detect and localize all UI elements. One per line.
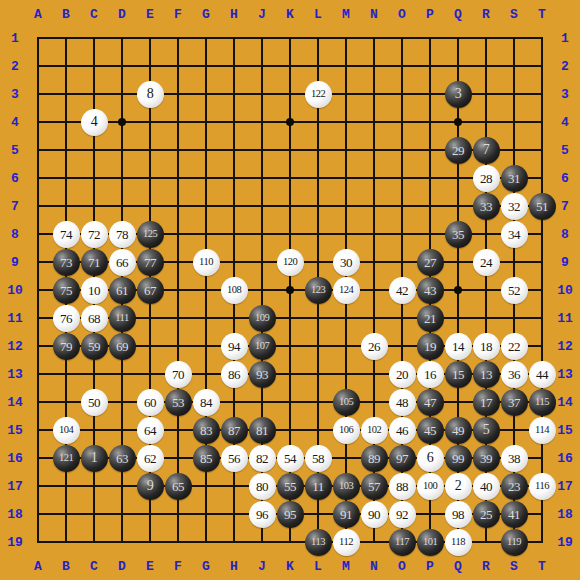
- stone-white-72-c8: 72: [81, 221, 108, 248]
- stone-white-38-s16: 38: [501, 445, 528, 472]
- coord-label-col-P: P: [416, 553, 444, 579]
- stone-white-56-h16: 56: [221, 445, 248, 472]
- stone-black-27-p9: 27: [417, 249, 444, 276]
- stone-white-66-d9: 66: [109, 249, 136, 276]
- coord-label-col-S: S: [500, 553, 528, 579]
- stone-black-77-e9: 77: [137, 249, 164, 276]
- stone-black-47-p14: 47: [417, 389, 444, 416]
- stone-white-106-m15: 106: [333, 417, 360, 444]
- coord-label-col-N: N: [360, 553, 388, 579]
- stone-black-111-d11: 111: [109, 305, 136, 332]
- column-labels-bottom: ABCDEFGHJKLMNOPQRST: [24, 553, 556, 579]
- stone-black-81-j15: 81: [249, 417, 276, 444]
- stone-white-42-o10: 42: [389, 277, 416, 304]
- star-dot: [118, 118, 126, 126]
- stone-black-35-q8: 35: [445, 221, 472, 248]
- stone-white-114-t15: 114: [529, 417, 556, 444]
- stone-white-36-s13: 36: [501, 361, 528, 388]
- stone-white-78-d8: 78: [109, 221, 136, 248]
- stone-white-30-m9: 30: [333, 249, 360, 276]
- stone-white-86-h13: 86: [221, 361, 248, 388]
- stone-white-20-o13: 20: [389, 361, 416, 388]
- stone-white-90-n18: 90: [361, 501, 388, 528]
- coord-label-col-T: T: [528, 553, 556, 579]
- stone-white-60-e14: 60: [137, 389, 164, 416]
- stone-white-14-q12: 14: [445, 333, 472, 360]
- stone-white-124-m10: 124: [333, 277, 360, 304]
- stone-white-104-b15: 104: [53, 417, 80, 444]
- stone-white-48-o14: 48: [389, 389, 416, 416]
- stone-white-108-h10: 108: [221, 277, 248, 304]
- stone-white-98-q18: 98: [445, 501, 472, 528]
- stone-black-97-o16: 97: [389, 445, 416, 472]
- star-dot: [454, 118, 462, 126]
- stones-grid: 1234567891011131415161718192021222324252…: [24, 24, 556, 556]
- stone-white-22-s12: 22: [501, 333, 528, 360]
- stone-black-95-k18: 95: [277, 501, 304, 528]
- star-point-q10: [444, 276, 472, 304]
- star-dot: [286, 118, 294, 126]
- stone-black-39-r16: 39: [473, 445, 500, 472]
- stone-black-103-m17: 103: [333, 473, 360, 500]
- coord-label-col-A: A: [24, 553, 52, 579]
- stone-black-69-d12: 69: [109, 333, 136, 360]
- stone-black-23-s17: 23: [501, 473, 528, 500]
- star-dot: [286, 286, 294, 294]
- stone-white-6-p16: 6: [417, 445, 444, 472]
- stone-white-122-l3: 122: [305, 81, 332, 108]
- stone-black-109-j11: 109: [249, 305, 276, 332]
- stone-black-61-d10: 61: [109, 277, 136, 304]
- stone-white-84-g14: 84: [193, 389, 220, 416]
- coord-label-col-L: L: [304, 553, 332, 579]
- stone-white-4-c4: 4: [81, 109, 108, 136]
- stone-black-121-b16: 121: [53, 445, 80, 472]
- stone-white-32-s7: 32: [501, 193, 528, 220]
- stone-black-9-e17: 9: [137, 473, 164, 500]
- stone-black-49-q15: 49: [445, 417, 472, 444]
- coord-label-col-D: D: [108, 553, 136, 579]
- stone-black-5-r15: 5: [473, 417, 500, 444]
- stone-black-71-c9: 71: [81, 249, 108, 276]
- stone-white-62-e16: 62: [137, 445, 164, 472]
- stone-white-112-m19: 112: [333, 529, 360, 556]
- stone-black-7-r5: 7: [473, 137, 500, 164]
- stone-white-10-c10: 10: [81, 277, 108, 304]
- stone-black-55-k17: 55: [277, 473, 304, 500]
- stone-white-34-s8: 34: [501, 221, 528, 248]
- stone-black-51-t7: 51: [529, 193, 556, 220]
- coord-label-col-C: C: [80, 553, 108, 579]
- stone-black-1-c16: 1: [81, 445, 108, 472]
- stone-white-88-o17: 88: [389, 473, 416, 500]
- coord-label-col-M: M: [332, 553, 360, 579]
- coord-label-col-B: B: [52, 553, 80, 579]
- star-point-k10: [276, 276, 304, 304]
- stone-white-94-h12: 94: [221, 333, 248, 360]
- stone-black-15-q13: 15: [445, 361, 472, 388]
- stone-black-107-j12: 107: [249, 333, 276, 360]
- stone-black-25-r18: 25: [473, 501, 500, 528]
- stone-black-85-g16: 85: [193, 445, 220, 472]
- stone-white-50-c14: 50: [81, 389, 108, 416]
- stone-black-59-c12: 59: [81, 333, 108, 360]
- stone-black-63-d16: 63: [109, 445, 136, 472]
- stone-black-57-n17: 57: [361, 473, 388, 500]
- stone-white-70-f13: 70: [165, 361, 192, 388]
- stone-white-40-r17: 40: [473, 473, 500, 500]
- coord-label-col-G: G: [192, 553, 220, 579]
- coord-label-col-K: K: [276, 553, 304, 579]
- stone-black-17-r14: 17: [473, 389, 500, 416]
- coord-label-col-R: R: [472, 553, 500, 579]
- stone-black-125-e8: 125: [137, 221, 164, 248]
- stone-white-76-b11: 76: [53, 305, 80, 332]
- stone-white-54-k16: 54: [277, 445, 304, 472]
- coord-label-col-H: H: [220, 553, 248, 579]
- star-point-q4: [444, 108, 472, 136]
- stone-white-26-n12: 26: [361, 333, 388, 360]
- stone-black-19-p12: 19: [417, 333, 444, 360]
- stone-black-119-s19: 119: [501, 529, 528, 556]
- stone-white-18-r12: 18: [473, 333, 500, 360]
- stone-black-67-e10: 67: [137, 277, 164, 304]
- stone-black-33-r7: 33: [473, 193, 500, 220]
- stone-black-37-s14: 37: [501, 389, 528, 416]
- stone-black-123-l10: 123: [305, 277, 332, 304]
- stone-black-115-t14: 115: [529, 389, 556, 416]
- stone-white-92-o18: 92: [389, 501, 416, 528]
- stone-black-89-n16: 89: [361, 445, 388, 472]
- star-dot: [454, 286, 462, 294]
- stone-black-105-m14: 105: [333, 389, 360, 416]
- stone-black-75-b10: 75: [53, 277, 80, 304]
- stone-black-73-b9: 73: [53, 249, 80, 276]
- stone-black-45-p15: 45: [417, 417, 444, 444]
- stone-white-110-g9: 110: [193, 249, 220, 276]
- stone-black-83-g15: 83: [193, 417, 220, 444]
- stone-black-29-q5: 29: [445, 137, 472, 164]
- stone-white-2-q17: 2: [445, 473, 472, 500]
- stone-black-101-p19: 101: [417, 529, 444, 556]
- stone-white-64-e15: 64: [137, 417, 164, 444]
- stone-white-96-j18: 96: [249, 501, 276, 528]
- coord-label-col-Q: Q: [444, 553, 472, 579]
- coord-label-col-J: J: [248, 553, 276, 579]
- stone-white-116-t17: 116: [529, 473, 556, 500]
- stone-black-113-l19: 113: [305, 529, 332, 556]
- stone-white-118-q19: 118: [445, 529, 472, 556]
- stone-black-31-s6: 31: [501, 165, 528, 192]
- stone-black-43-p10: 43: [417, 277, 444, 304]
- stone-white-46-o15: 46: [389, 417, 416, 444]
- stone-black-65-f17: 65: [165, 473, 192, 500]
- stone-black-3-q3: 3: [445, 81, 472, 108]
- coord-label-col-F: F: [164, 553, 192, 579]
- stone-white-58-l16: 58: [305, 445, 332, 472]
- stone-white-80-j17: 80: [249, 473, 276, 500]
- stone-black-21-p11: 21: [417, 305, 444, 332]
- stone-black-79-b12: 79: [53, 333, 80, 360]
- stone-white-16-p13: 16: [417, 361, 444, 388]
- stone-white-82-j16: 82: [249, 445, 276, 472]
- stone-black-41-s18: 41: [501, 501, 528, 528]
- stone-black-53-f14: 53: [165, 389, 192, 416]
- stone-white-74-b8: 74: [53, 221, 80, 248]
- stone-white-120-k9: 120: [277, 249, 304, 276]
- go-board-diagram: ABCDEFGHJKLMNOPQRST ABCDEFGHJKLMNOPQRST …: [0, 0, 580, 580]
- stone-white-8-e3: 8: [137, 81, 164, 108]
- stone-black-13-r13: 13: [473, 361, 500, 388]
- stone-black-91-m18: 91: [333, 501, 360, 528]
- coord-label-col-O: O: [388, 553, 416, 579]
- stone-white-52-s10: 52: [501, 277, 528, 304]
- stone-black-99-q16: 99: [445, 445, 472, 472]
- stone-white-24-r9: 24: [473, 249, 500, 276]
- star-point-k4: [276, 108, 304, 136]
- stone-black-93-j13: 93: [249, 361, 276, 388]
- stone-black-117-o19: 117: [389, 529, 416, 556]
- stone-white-28-r6: 28: [473, 165, 500, 192]
- coord-label-col-E: E: [136, 553, 164, 579]
- stone-black-87-h15: 87: [221, 417, 248, 444]
- stone-black-11-l17: 11: [305, 473, 332, 500]
- stone-white-68-c11: 68: [81, 305, 108, 332]
- stone-white-100-p17: 100: [417, 473, 444, 500]
- star-point-d4: [108, 108, 136, 136]
- stone-white-102-n15: 102: [361, 417, 388, 444]
- stone-white-44-t13: 44: [529, 361, 556, 388]
